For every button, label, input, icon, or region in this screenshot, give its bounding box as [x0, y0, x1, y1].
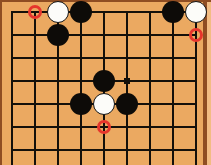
go-board[interactable]	[0, 0, 211, 165]
black-stone	[70, 93, 93, 116]
black-stone	[162, 1, 185, 24]
black-stone	[47, 24, 70, 47]
black-stone	[116, 93, 139, 116]
white-stone	[93, 93, 116, 116]
white-stone	[47, 1, 70, 24]
white-stone	[185, 1, 208, 24]
black-stone	[70, 1, 93, 24]
black-stone	[93, 70, 116, 93]
stones-layer	[0, 0, 211, 165]
